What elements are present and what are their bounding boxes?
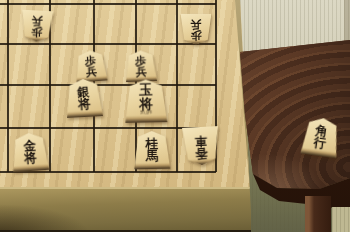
piece-kanji: 歩 — [191, 29, 202, 40]
piece-body: 歩 兵 — [181, 14, 212, 45]
tatami-between-legs — [332, 207, 350, 232]
piece-body: 角 行 — [301, 116, 342, 159]
piece-sente-pawn[interactable]: 歩 兵 — [125, 50, 157, 82]
piece-kanji: 兵 — [32, 15, 44, 27]
maker-signature: 雲山作 — [140, 110, 153, 114]
piece-sente-silver[interactable]: 銀 将 — [65, 78, 103, 118]
piece-body: 歩 兵 — [125, 50, 157, 82]
komadai-table — [233, 0, 350, 232]
grid-line — [7, 0, 9, 172]
piece-kanji: 馬 — [146, 150, 159, 163]
piece-kanji: 行 — [313, 136, 327, 150]
piece-gote-pawn[interactable]: 歩 兵 — [181, 14, 212, 45]
piece-body: 歩 兵 — [21, 10, 54, 43]
piece-kanji: 将 — [24, 152, 37, 165]
piece-sente-king[interactable]: 玉 将 雲山作 — [125, 79, 168, 123]
piece-kanji: 将 — [139, 97, 153, 111]
komadai-leg — [305, 196, 331, 232]
piece-kanji: 車 — [194, 133, 207, 146]
grid-line — [0, 171, 216, 173]
grid-line — [0, 84, 216, 86]
piece-gote-pawn[interactable]: 歩 兵 — [21, 10, 54, 43]
piece-kanji: 兵 — [86, 66, 98, 78]
piece-sente-gold[interactable]: 金 将 — [11, 132, 50, 172]
piece-kanji: 兵 — [136, 66, 147, 77]
piece-body: 金 将 — [11, 132, 50, 172]
scene: 歩 兵 歩 兵 歩 兵 歩 兵 銀 将 玉 将 雲山作 — [0, 0, 350, 232]
piece-body: 香 車 — [182, 126, 220, 166]
piece-body: 桂 馬 — [134, 131, 171, 170]
piece-sente-knight[interactable]: 桂 馬 — [134, 131, 171, 170]
grid-line — [176, 0, 178, 172]
piece-kanji: 兵 — [191, 18, 202, 29]
piece-captured-bishop[interactable]: 角 行 — [301, 116, 342, 159]
piece-gote-lance[interactable]: 香 車 — [182, 126, 220, 166]
piece-body: 銀 将 — [65, 78, 103, 118]
grid-line — [0, 3, 216, 5]
piece-kanji: 将 — [78, 98, 91, 111]
board-front-face — [0, 187, 251, 232]
piece-body: 玉 将 雲山作 — [125, 79, 168, 123]
